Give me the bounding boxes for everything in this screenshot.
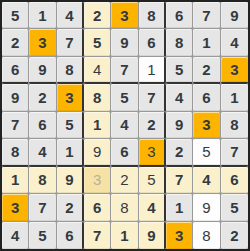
cell-r9c6[interactable]: 9 [139, 222, 166, 249]
cell-r9c8[interactable]: 8 [193, 222, 220, 249]
cell-r4c8[interactable]: 6 [193, 84, 220, 111]
cell-r4c7[interactable]: 4 [166, 84, 193, 111]
cell-r1c4[interactable]: 2 [84, 2, 111, 29]
cell-r9c1[interactable]: 4 [2, 222, 29, 249]
cell-r2c1[interactable]: 2 [2, 29, 29, 56]
cell-r5c8[interactable]: 3 [193, 112, 220, 139]
cell-r6c6[interactable]: 3 [139, 139, 166, 166]
cell-r9c9[interactable]: 2 [221, 222, 248, 249]
cell-r8c5[interactable]: 8 [111, 194, 138, 221]
sudoku-board: 5142386792375968146984715239238574617651… [0, 0, 250, 251]
cell-r2c2[interactable]: 3 [29, 29, 56, 56]
cell-r1c5[interactable]: 3 [111, 2, 138, 29]
cell-r7c5[interactable]: 2 [111, 167, 138, 194]
cell-r8c2[interactable]: 7 [29, 194, 56, 221]
cell-r3c8[interactable]: 2 [193, 57, 220, 84]
cell-r6c3[interactable]: 1 [57, 139, 84, 166]
cell-r8c3[interactable]: 2 [57, 194, 84, 221]
cell-r7c9[interactable]: 6 [221, 167, 248, 194]
cell-r9c2[interactable]: 5 [29, 222, 56, 249]
cell-r7c3[interactable]: 9 [57, 167, 84, 194]
cell-r2c9[interactable]: 4 [221, 29, 248, 56]
cell-r3c5[interactable]: 7 [111, 57, 138, 84]
cell-r2c6[interactable]: 6 [139, 29, 166, 56]
cell-r5c9[interactable]: 8 [221, 112, 248, 139]
cell-r1c3[interactable]: 4 [57, 2, 84, 29]
cell-r2c4[interactable]: 5 [84, 29, 111, 56]
cell-r3c3[interactable]: 8 [57, 57, 84, 84]
cell-r6c1[interactable]: 8 [2, 139, 29, 166]
cell-r5c7[interactable]: 9 [166, 112, 193, 139]
cell-r9c4[interactable]: 7 [84, 222, 111, 249]
cell-r7c8[interactable]: 4 [193, 167, 220, 194]
cell-r5c3[interactable]: 5 [57, 112, 84, 139]
cell-r2c7[interactable]: 8 [166, 29, 193, 56]
cell-r8c7[interactable]: 1 [166, 194, 193, 221]
cell-r5c5[interactable]: 4 [111, 112, 138, 139]
cell-r4c2[interactable]: 2 [29, 84, 56, 111]
cell-r8c1[interactable]: 3 [2, 194, 29, 221]
cell-r7c2[interactable]: 8 [29, 167, 56, 194]
cell-r3c6[interactable]: 1 [139, 57, 166, 84]
cell-r4c1[interactable]: 9 [2, 84, 29, 111]
cell-r9c5[interactable]: 1 [111, 222, 138, 249]
cell-r4c3[interactable]: 3 [57, 84, 84, 111]
cell-r8c4[interactable]: 6 [84, 194, 111, 221]
cell-r7c4[interactable]: 3 [84, 167, 111, 194]
cell-r1c2[interactable]: 1 [29, 2, 56, 29]
cell-r7c7[interactable]: 7 [166, 167, 193, 194]
cell-r1c9[interactable]: 9 [221, 2, 248, 29]
cell-r3c9[interactable]: 3 [221, 57, 248, 84]
cell-r3c7[interactable]: 5 [166, 57, 193, 84]
cell-r5c4[interactable]: 1 [84, 112, 111, 139]
cell-r3c1[interactable]: 6 [2, 57, 29, 84]
cell-r8c6[interactable]: 4 [139, 194, 166, 221]
cell-r7c6[interactable]: 5 [139, 167, 166, 194]
cell-r6c5[interactable]: 6 [111, 139, 138, 166]
cell-r5c6[interactable]: 2 [139, 112, 166, 139]
cell-r6c2[interactable]: 4 [29, 139, 56, 166]
cell-r1c1[interactable]: 5 [2, 2, 29, 29]
cell-r8c8[interactable]: 9 [193, 194, 220, 221]
cell-r1c7[interactable]: 6 [166, 2, 193, 29]
cell-r4c9[interactable]: 1 [221, 84, 248, 111]
cell-r7c1[interactable]: 1 [2, 167, 29, 194]
cell-r1c6[interactable]: 8 [139, 2, 166, 29]
cell-r4c4[interactable]: 8 [84, 84, 111, 111]
cell-r5c1[interactable]: 7 [2, 112, 29, 139]
cell-r4c5[interactable]: 5 [111, 84, 138, 111]
cell-r9c3[interactable]: 6 [57, 222, 84, 249]
cell-r4c6[interactable]: 7 [139, 84, 166, 111]
cell-r3c2[interactable]: 9 [29, 57, 56, 84]
cell-r6c4[interactable]: 9 [84, 139, 111, 166]
cell-r2c8[interactable]: 1 [193, 29, 220, 56]
cell-r5c2[interactable]: 6 [29, 112, 56, 139]
cell-r6c9[interactable]: 7 [221, 139, 248, 166]
cell-r6c8[interactable]: 5 [193, 139, 220, 166]
cell-r8c9[interactable]: 5 [221, 194, 248, 221]
cell-r6c7[interactable]: 2 [166, 139, 193, 166]
cell-r3c4[interactable]: 4 [84, 57, 111, 84]
cell-r9c7[interactable]: 3 [166, 222, 193, 249]
cell-r2c5[interactable]: 9 [111, 29, 138, 56]
cell-r2c3[interactable]: 7 [57, 29, 84, 56]
sudoku-app: 5142386792375968146984715239238574617651… [0, 0, 250, 251]
cell-r1c8[interactable]: 7 [193, 2, 220, 29]
